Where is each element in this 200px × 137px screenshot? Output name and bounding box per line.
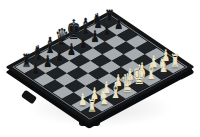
photo-canvas: ♜♞♝♛♚♝♞♜♟♟♟♟♟♟♟♟♟♟♟♟♟♟♟♟♜♞♝♛♚♝♞♜: [0, 0, 200, 137]
white-rook-glyph: ♜: [164, 52, 185, 70]
